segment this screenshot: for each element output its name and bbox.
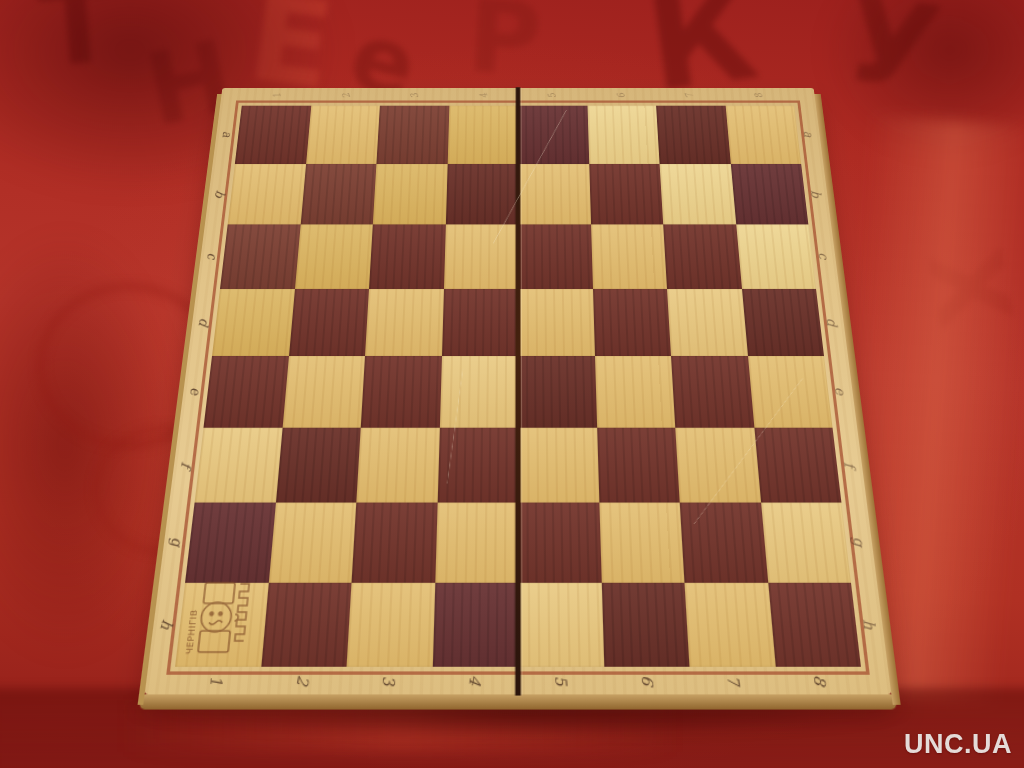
fabric-letter: У: [835, 0, 947, 111]
square-g7[interactable]: [680, 503, 768, 583]
square-f3[interactable]: [356, 427, 439, 502]
square-d2[interactable]: [289, 288, 370, 356]
square-d5[interactable]: [518, 288, 595, 356]
fabric-letter: Т: [35, 0, 119, 83]
square-b7[interactable]: [660, 164, 736, 225]
rank-label-left-e: e: [156, 379, 236, 404]
file-label-bottom-1: 1: [201, 636, 231, 726]
square-b4[interactable]: [445, 164, 518, 225]
rank-label-right-b: b: [780, 182, 853, 205]
watermark: UNC.UA: [904, 729, 1012, 760]
chess-board: ЧЕРНІГІВ 12345678 12345678 abcdefgh abcd…: [145, 88, 892, 694]
board-bottom-edge: [139, 694, 897, 709]
square-d7[interactable]: [667, 288, 748, 356]
rank-label-left-g: g: [135, 528, 220, 556]
square-b2[interactable]: [300, 164, 376, 225]
rank-label-right-f: f: [809, 450, 890, 479]
square-c5[interactable]: [518, 224, 592, 288]
square-g2[interactable]: [268, 503, 356, 583]
square-f5[interactable]: [518, 427, 599, 502]
square-b6[interactable]: [589, 164, 663, 225]
square-d3[interactable]: [365, 288, 444, 356]
square-f6[interactable]: [597, 427, 680, 502]
square-c6[interactable]: [591, 224, 667, 288]
square-f7[interactable]: [675, 427, 760, 502]
square-e2[interactable]: [282, 356, 365, 427]
fabric-letter: Х: [913, 241, 1024, 334]
board-hinge-gap: [515, 87, 521, 695]
file-label-bottom-8: 8: [803, 636, 835, 727]
rank-label-right-h: h: [826, 608, 912, 640]
rank-label-left-a: a: [191, 124, 263, 144]
square-g6[interactable]: [599, 503, 685, 583]
square-e4[interactable]: [439, 356, 518, 427]
file-labels-bottom: 12345678: [172, 667, 864, 695]
square-e3[interactable]: [361, 356, 442, 427]
file-labels-top: 12345678: [242, 88, 794, 103]
square-b5[interactable]: [518, 164, 591, 225]
file-label-bottom-3: 3: [374, 636, 403, 726]
photo-scene: ТЕеНРКУХ ЧЕРНІГІВ 1234567: [0, 0, 1024, 768]
square-c3[interactable]: [369, 224, 445, 288]
square-e5[interactable]: [518, 356, 597, 427]
square-f4[interactable]: [437, 427, 518, 502]
rank-label-right-d: d: [794, 309, 871, 335]
square-g5[interactable]: [518, 503, 601, 583]
square-g3[interactable]: [352, 503, 438, 583]
square-b3[interactable]: [373, 164, 447, 225]
square-e6[interactable]: [595, 356, 676, 427]
square-d6[interactable]: [592, 288, 671, 356]
square-c4[interactable]: [444, 224, 518, 288]
square-c7[interactable]: [663, 224, 741, 288]
square-f2[interactable]: [275, 427, 360, 502]
square-g4[interactable]: [435, 503, 518, 583]
rank-label-left-c: c: [174, 245, 249, 267]
square-d4[interactable]: [442, 288, 519, 356]
square-c2[interactable]: [295, 224, 373, 288]
square-e7[interactable]: [671, 356, 754, 427]
